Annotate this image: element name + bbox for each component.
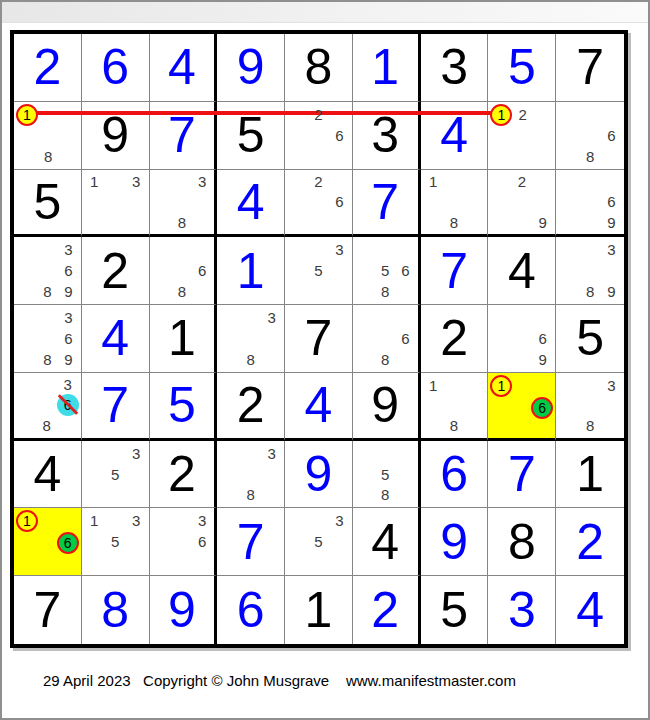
- empty-pos: [490, 307, 511, 328]
- cell-r7c6[interactable]: 58: [353, 441, 421, 509]
- empty-pos: [533, 126, 553, 146]
- candidate-1-yellow-circle: 1: [16, 104, 38, 126]
- cell-r8c9[interactable]: 2: [556, 508, 624, 576]
- empty-pos: [219, 307, 240, 328]
- pencil-marks: 16: [14, 508, 81, 575]
- cell-r9c2[interactable]: 8: [82, 576, 150, 644]
- app-window: 2649813571897526341268513384267182969368…: [0, 0, 650, 720]
- empty-pos: [329, 212, 350, 232]
- empty-pos: [152, 281, 172, 302]
- solved-digit: 2: [14, 34, 81, 101]
- cell-r8c3[interactable]: 36: [150, 508, 218, 576]
- solved-digit: 7: [217, 508, 284, 575]
- candidate-6: 6: [601, 192, 622, 212]
- cell-r5c2[interactable]: 4: [82, 305, 150, 373]
- empty-pos: [16, 554, 38, 573]
- empty-pos: [512, 146, 532, 166]
- empty-pos: [423, 192, 444, 212]
- empty-pos: [126, 531, 147, 552]
- given-digit: 2: [217, 373, 284, 438]
- empty-pos: [16, 307, 37, 328]
- candidate-2: 2: [511, 172, 532, 192]
- candidate-8: 8: [444, 415, 465, 435]
- empty-pos: [329, 104, 350, 125]
- candidate-3: 3: [126, 510, 147, 531]
- cell-r1c4[interactable]: 9: [217, 34, 285, 102]
- pencil-marks: 389: [556, 237, 624, 304]
- cell-r7c5[interactable]: 9: [285, 441, 353, 509]
- cell-r3c8[interactable]: 29: [488, 170, 556, 238]
- empty-pos: [126, 464, 147, 485]
- empty-pos: [58, 126, 78, 146]
- cell-r8c2[interactable]: 135: [82, 508, 150, 576]
- empty-pos: [533, 146, 553, 166]
- empty-pos: [444, 172, 465, 192]
- cell-r3c9[interactable]: 69: [556, 170, 624, 238]
- empty-pos: [601, 260, 622, 281]
- solved-digit: 4: [82, 305, 149, 372]
- empty-pos: [172, 172, 192, 192]
- empty-pos: [38, 104, 58, 126]
- candidate-8: 8: [37, 349, 58, 370]
- cell-r5c9[interactable]: 5: [556, 305, 624, 373]
- empty-pos: [105, 212, 126, 232]
- solved-digit: 2: [556, 508, 624, 575]
- candidate-1: 1: [490, 104, 512, 126]
- cell-r9c6[interactable]: 2: [353, 576, 421, 644]
- solved-digit: 4: [217, 170, 284, 235]
- empty-pos: [395, 485, 415, 506]
- empty-pos: [329, 172, 350, 192]
- cell-r3c1[interactable]: 5: [14, 170, 82, 238]
- candidate-9: 9: [601, 281, 622, 302]
- given-digit: 3: [421, 34, 488, 101]
- empty-pos: [601, 104, 622, 125]
- empty-pos: [219, 328, 240, 349]
- candidate-3: 3: [601, 239, 622, 260]
- candidate-1-outline-circle: 1: [490, 375, 512, 397]
- empty-pos: [579, 172, 600, 192]
- cell-r6c8[interactable]: 16: [488, 373, 556, 441]
- cell-r4c8[interactable]: 4: [488, 237, 556, 305]
- empty-pos: [240, 328, 261, 349]
- candidate-1: 1: [423, 172, 444, 192]
- cell-r8c8[interactable]: 8: [488, 508, 556, 576]
- empty-pos: [16, 260, 37, 281]
- solved-digit: 6: [217, 576, 284, 644]
- empty-pos: [38, 532, 57, 554]
- pencil-marks: 36: [150, 508, 215, 575]
- empty-pos: [38, 554, 57, 573]
- pencil-marks: 3689: [14, 305, 81, 372]
- candidate-2: 2: [308, 104, 329, 125]
- empty-pos: [465, 375, 486, 395]
- empty-pos: [579, 212, 600, 232]
- candidate-6: 6: [395, 260, 415, 281]
- candidate-3: 3: [126, 443, 147, 464]
- candidate-8: 8: [240, 485, 261, 506]
- cell-r6c9[interactable]: 38: [556, 373, 624, 441]
- empty-pos: [490, 212, 511, 232]
- pencil-marks: 12: [488, 102, 555, 169]
- empty-pos: [579, 375, 600, 395]
- empty-pos: [558, 172, 579, 192]
- solved-digit: 1: [217, 237, 284, 304]
- titlebar: [2, 2, 648, 23]
- candidate-6: 6: [57, 532, 79, 554]
- empty-pos: [558, 415, 579, 435]
- empty-pos: [105, 510, 126, 531]
- empty-pos: [126, 485, 147, 506]
- empty-pos: [395, 239, 415, 260]
- candidate-1: 1: [16, 510, 38, 532]
- cell-r2c9[interactable]: 68: [556, 102, 624, 170]
- cell-r8c7[interactable]: 9: [421, 508, 489, 576]
- cell-r9c1[interactable]: 7: [14, 576, 82, 644]
- empty-pos: [531, 419, 553, 436]
- candidate-1-outline-circle: 1: [16, 510, 38, 532]
- candidate-2: 2: [308, 172, 329, 192]
- empty-pos: [465, 415, 486, 435]
- candidate-6: 6: [601, 125, 622, 146]
- cell-r7c3[interactable]: 2: [150, 441, 218, 509]
- empty-pos: [58, 146, 78, 166]
- empty-pos: [152, 239, 172, 260]
- empty-pos: [37, 260, 58, 281]
- empty-pos: [355, 443, 375, 464]
- cell-r6c2[interactable]: 7: [82, 373, 150, 441]
- cell-r3c2[interactable]: 13: [82, 170, 150, 238]
- pencil-marks: 135: [82, 508, 149, 575]
- empty-pos: [355, 464, 375, 485]
- cell-r9c5[interactable]: 1: [285, 576, 353, 644]
- cell-r3c7[interactable]: 18: [421, 170, 489, 238]
- cell-r1c7[interactable]: 3: [421, 34, 489, 102]
- cell-r1c6[interactable]: 1: [353, 34, 421, 102]
- cell-r6c7[interactable]: 18: [421, 373, 489, 441]
- empty-pos: [287, 531, 308, 552]
- cell-r5c8[interactable]: 69: [488, 305, 556, 373]
- candidate-8: 8: [240, 349, 261, 370]
- cell-r1c5[interactable]: 8: [285, 34, 353, 102]
- empty-pos: [579, 260, 600, 281]
- candidate-8: 8: [172, 281, 192, 302]
- pencil-marks: 35: [285, 237, 352, 304]
- solved-digit: 9: [421, 508, 488, 575]
- cell-r5c7[interactable]: 2: [421, 305, 489, 373]
- given-digit: 4: [488, 237, 555, 304]
- candidate-5: 5: [105, 531, 126, 552]
- candidate-6: 6: [395, 328, 415, 349]
- cell-r2c8[interactable]: 12: [488, 102, 556, 170]
- empty-pos: [532, 172, 553, 192]
- empty-pos: [579, 192, 600, 212]
- empty-pos: [490, 172, 511, 192]
- empty-pos: [355, 485, 375, 506]
- empty-pos: [395, 281, 415, 302]
- cell-r6c3[interactable]: 5: [150, 373, 218, 441]
- pencil-marks: 3689: [14, 237, 81, 304]
- empty-pos: [126, 192, 147, 212]
- cell-r4c1[interactable]: 3689: [14, 237, 82, 305]
- empty-pos: [355, 260, 375, 281]
- given-digit: 2: [421, 305, 488, 372]
- empty-pos: [192, 281, 212, 302]
- empty-pos: [308, 239, 329, 260]
- empty-pos: [601, 172, 622, 192]
- candidate-8: 8: [375, 485, 395, 506]
- candidate-8: 8: [375, 281, 395, 302]
- solved-digit: 4: [150, 34, 215, 101]
- cell-r9c7[interactable]: 5: [421, 576, 489, 644]
- given-digit: 7: [14, 576, 81, 644]
- cell-r7c8[interactable]: 7: [488, 441, 556, 509]
- empty-pos: [219, 349, 240, 370]
- empty-pos: [126, 212, 147, 232]
- candidate-5: 5: [308, 260, 329, 281]
- empty-pos: [465, 212, 486, 232]
- candidate-6: 6: [192, 260, 212, 281]
- empty-pos: [287, 192, 308, 212]
- cell-r6c1[interactable]: 368: [14, 373, 82, 441]
- empty-pos: [152, 172, 172, 192]
- cell-r2c5[interactable]: 26: [285, 102, 353, 170]
- cell-r5c1[interactable]: 3689: [14, 305, 82, 373]
- cell-r4c6[interactable]: 568: [353, 237, 421, 305]
- candidate-6: 6: [57, 394, 79, 416]
- candidate-2: 2: [512, 104, 532, 126]
- cell-r3c5[interactable]: 26: [285, 170, 353, 238]
- empty-pos: [172, 239, 192, 260]
- cell-r1c2[interactable]: 6: [82, 34, 150, 102]
- solved-digit: 2: [353, 576, 418, 644]
- empty-pos: [16, 239, 37, 260]
- candidate-3: 3: [192, 510, 212, 531]
- cell-r6c5[interactable]: 4: [285, 373, 353, 441]
- empty-pos: [558, 146, 579, 167]
- pencil-marks: 69: [488, 305, 555, 372]
- cell-r3c3[interactable]: 38: [150, 170, 218, 238]
- cell-r9c3[interactable]: 9: [150, 576, 218, 644]
- pencil-marks: 58: [353, 441, 418, 508]
- cell-r4c5[interactable]: 35: [285, 237, 353, 305]
- empty-pos: [423, 212, 444, 232]
- empty-pos: [261, 328, 282, 349]
- empty-pos: [579, 104, 600, 125]
- empty-pos: [423, 415, 444, 435]
- cell-r5c4[interactable]: 38: [217, 305, 285, 373]
- empty-pos: [579, 395, 600, 415]
- empty-pos: [287, 125, 308, 146]
- cell-r1c9[interactable]: 7: [556, 34, 624, 102]
- cell-r7c2[interactable]: 35: [82, 441, 150, 509]
- empty-pos: [219, 485, 240, 506]
- empty-pos: [287, 260, 308, 281]
- empty-pos: [287, 552, 308, 573]
- solved-digit: 7: [82, 373, 149, 438]
- cell-r9c8[interactable]: 3: [488, 576, 556, 644]
- candidate-3: 3: [261, 443, 282, 464]
- cell-r4c2[interactable]: 2: [82, 237, 150, 305]
- pencil-marks: 18: [421, 373, 488, 438]
- solved-digit: 9: [285, 441, 352, 508]
- candidate-5: 5: [375, 464, 395, 485]
- candidate-3: 3: [329, 510, 350, 531]
- empty-pos: [355, 239, 375, 260]
- empty-pos: [152, 192, 172, 212]
- empty-pos: [512, 126, 532, 146]
- empty-pos: [287, 239, 308, 260]
- candidate-1-yellow-circle: 1: [490, 104, 512, 126]
- empty-pos: [511, 328, 532, 349]
- pencil-marks: 13: [82, 170, 149, 235]
- cell-r7c9[interactable]: 1: [556, 441, 624, 509]
- empty-pos: [601, 395, 622, 415]
- cell-r9c9[interactable]: 4: [556, 576, 624, 644]
- empty-pos: [308, 212, 329, 232]
- empty-pos: [152, 510, 172, 531]
- cell-r1c3[interactable]: 4: [150, 34, 218, 102]
- candidate-9: 9: [58, 281, 79, 302]
- given-digit: 7: [556, 34, 624, 101]
- empty-pos: [355, 349, 375, 370]
- empty-pos: [512, 397, 531, 419]
- candidate-6-green-circle: 6: [57, 532, 79, 554]
- given-digit: 7: [285, 305, 352, 372]
- candidate-8: 8: [579, 281, 600, 302]
- empty-pos: [16, 532, 38, 554]
- empty-pos: [444, 192, 465, 212]
- cell-r4c9[interactable]: 389: [556, 237, 624, 305]
- given-digit: 5: [14, 170, 81, 235]
- cell-r3c6[interactable]: 7: [353, 170, 421, 238]
- candidate-1: 1: [84, 510, 105, 531]
- cell-r5c5[interactable]: 7: [285, 305, 353, 373]
- cell-r7c4[interactable]: 38: [217, 441, 285, 509]
- solved-digit: 5: [488, 34, 555, 101]
- given-digit: 1: [285, 576, 352, 644]
- pencil-marks: 38: [217, 305, 284, 372]
- empty-pos: [105, 485, 126, 506]
- empty-pos: [490, 146, 512, 166]
- cell-r8c4[interactable]: 7: [217, 508, 285, 576]
- empty-pos: [240, 443, 261, 464]
- candidate-5: 5: [105, 464, 126, 485]
- empty-pos: [36, 375, 56, 394]
- empty-pos: [172, 192, 192, 212]
- cell-r7c7[interactable]: 6: [421, 441, 489, 509]
- empty-pos: [84, 531, 105, 552]
- cell-r8c6[interactable]: 4: [353, 508, 421, 576]
- cell-r5c6[interactable]: 68: [353, 305, 421, 373]
- pencil-marks: 18: [421, 170, 488, 235]
- cell-r7c1[interactable]: 4: [14, 441, 82, 509]
- cell-r9c4[interactable]: 6: [217, 576, 285, 644]
- candidate-9: 9: [58, 349, 79, 370]
- given-digit: 4: [14, 441, 81, 508]
- empty-pos: [490, 192, 511, 212]
- empty-pos: [308, 125, 329, 146]
- cell-r1c1[interactable]: 2: [14, 34, 82, 102]
- empty-pos: [532, 192, 553, 212]
- empty-pos: [308, 192, 329, 212]
- empty-pos: [423, 395, 444, 415]
- cell-r6c4[interactable]: 2: [217, 373, 285, 441]
- empty-pos: [84, 552, 105, 573]
- empty-pos: [444, 395, 465, 415]
- empty-pos: [579, 239, 600, 260]
- candidate-8: 8: [38, 146, 58, 166]
- pencil-marks: 68: [556, 102, 624, 169]
- cell-r6c6[interactable]: 9: [353, 373, 421, 441]
- cell-r3c4[interactable]: 4: [217, 170, 285, 238]
- empty-pos: [261, 464, 282, 485]
- empty-pos: [261, 485, 282, 506]
- solved-digit: 3: [488, 576, 555, 644]
- empty-pos: [287, 104, 308, 125]
- candidate-6-cyan-circle: 6: [57, 394, 79, 416]
- empty-pos: [37, 307, 58, 328]
- cell-r8c1[interactable]: 16: [14, 508, 82, 576]
- empty-pos: [287, 510, 308, 531]
- candidate-6: 6: [329, 192, 350, 212]
- empty-pos: [172, 260, 192, 281]
- empty-pos: [511, 307, 532, 328]
- pencil-marks: 69: [556, 170, 624, 235]
- solved-digit: 4: [556, 576, 624, 644]
- empty-pos: [531, 375, 553, 397]
- cell-r4c3[interactable]: 68: [150, 237, 218, 305]
- empty-pos: [16, 416, 36, 435]
- pencil-marks: 38: [556, 373, 624, 438]
- empty-pos: [16, 328, 37, 349]
- solved-digit: 7: [488, 441, 555, 508]
- empty-pos: [308, 510, 329, 531]
- pencil-marks: 68: [353, 305, 418, 372]
- empty-pos: [601, 146, 622, 167]
- given-digit: 8: [488, 508, 555, 575]
- empty-pos: [558, 395, 579, 415]
- solved-digit: 5: [150, 373, 215, 438]
- empty-pos: [240, 307, 261, 328]
- cell-r2c1[interactable]: 18: [14, 102, 82, 170]
- empty-pos: [511, 212, 532, 232]
- empty-pos: [490, 328, 511, 349]
- cell-r4c4[interactable]: 1: [217, 237, 285, 305]
- footer-text: 29 April 2023 Copyright © John Musgrave …: [43, 672, 516, 689]
- given-digit: 8: [285, 34, 352, 101]
- candidate-9: 9: [532, 349, 553, 370]
- cell-r4c7[interactable]: 7: [421, 237, 489, 305]
- pencil-marks: 29: [488, 170, 555, 235]
- candidate-6: 6: [329, 125, 350, 146]
- empty-pos: [57, 554, 79, 573]
- empty-pos: [375, 328, 395, 349]
- empty-pos: [355, 328, 375, 349]
- empty-pos: [329, 146, 350, 167]
- cell-r8c5[interactable]: 35: [285, 508, 353, 576]
- cell-r1c8[interactable]: 5: [488, 34, 556, 102]
- empty-pos: [375, 239, 395, 260]
- empty-pos: [558, 281, 579, 302]
- given-digit: 2: [150, 441, 215, 508]
- empty-pos: [192, 192, 212, 212]
- empty-pos: [601, 415, 622, 435]
- empty-pos: [57, 416, 79, 435]
- pencil-marks: 68: [150, 237, 215, 304]
- cell-r5c3[interactable]: 1: [150, 305, 218, 373]
- given-digit: 1: [556, 441, 624, 508]
